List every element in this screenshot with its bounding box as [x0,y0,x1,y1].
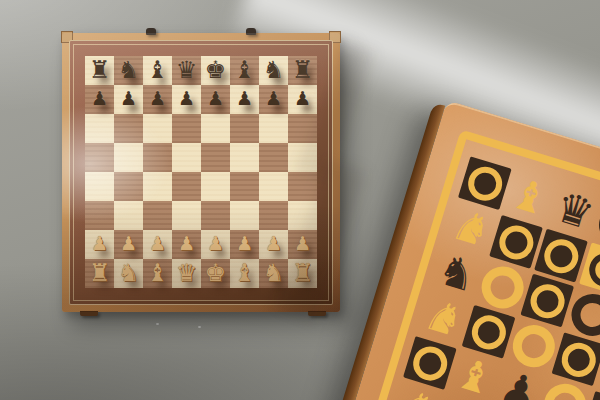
square-g3[interactable] [259,201,288,230]
piece-white-pawn[interactable]: ♟ [149,234,166,253]
square-e6[interactable] [201,114,230,143]
square-a2[interactable]: ♟ [85,230,114,259]
square-d3[interactable] [172,201,201,230]
square-f4[interactable] [230,172,259,201]
square-g6[interactable] [259,114,288,143]
square-f6[interactable] [230,114,259,143]
piece-black-pawn[interactable]: ♟ [265,89,282,108]
square-d4[interactable] [172,172,201,201]
square-b5[interactable] [114,143,143,172]
square-e4[interactable] [201,172,230,201]
square-d8[interactable]: ♛ [172,56,201,85]
piece-white-king[interactable]: ♚ [205,261,227,285]
piece-white-queen[interactable]: ♛ [176,261,198,285]
piece-black-knight[interactable]: ♞ [263,58,285,82]
piece-white-knight[interactable]: ♞ [263,261,285,285]
square-a5[interactable] [85,143,114,172]
piece-white-bishop[interactable]: ♝ [234,261,256,285]
square-a3[interactable] [85,201,114,230]
square-h8[interactable]: ♜ [288,56,317,85]
square-h3[interactable] [288,201,317,230]
piece-black-bishop[interactable]: ♝ [147,58,169,82]
piece-black-king[interactable]: ♚ [205,58,227,82]
square-g8[interactable]: ♞ [259,56,288,85]
piece-black-pawn[interactable]: ♟ [178,89,195,108]
square-c5[interactable] [143,143,172,172]
piece-black-rook[interactable]: ♜ [89,58,111,82]
piece-white-bishop[interactable]: ♝ [147,261,169,285]
square-h5[interactable] [288,143,317,172]
square-c1[interactable]: ♝ [143,259,172,288]
square-a8[interactable]: ♜ [85,56,114,85]
square-d2[interactable]: ♟ [172,230,201,259]
piece-black-pawn[interactable]: ♟ [120,89,137,108]
square-d1[interactable]: ♛ [172,259,201,288]
square-b8[interactable]: ♞ [114,56,143,85]
square-c4[interactable] [143,172,172,201]
piece-black-pawn[interactable]: ♟ [207,89,224,108]
square-g2[interactable]: ♟ [259,230,288,259]
piece-white-pawn[interactable]: ♟ [207,234,224,253]
square-e5[interactable] [201,143,230,172]
square-e2[interactable]: ♟ [201,230,230,259]
dust-speck [198,326,201,328]
scene: ♜♞♝♛♚♝♞♜♟♟♟♟♟♟♟♟♟♟♟♟♟♟♟♟♜♞♝♛♚♝♞♜ ♝♛♞♞♞♝♟… [0,0,600,400]
square-c3[interactable] [143,201,172,230]
square-c6[interactable] [143,114,172,143]
piece-black-knight[interactable]: ♞ [118,58,140,82]
piece-white-rook[interactable]: ♜ [89,261,111,285]
square-e1[interactable]: ♚ [201,259,230,288]
piece-white-pawn[interactable]: ♟ [120,234,137,253]
clasp-hook-icon [146,28,156,35]
piece-white-pawn[interactable]: ♟ [178,234,195,253]
square-h4[interactable] [288,172,317,201]
square-g1[interactable]: ♞ [259,259,288,288]
clasp-hook-icon [246,28,256,35]
chess-board: ♜♞♝♛♚♝♞♜♟♟♟♟♟♟♟♟♟♟♟♟♟♟♟♟♜♞♝♛♚♝♞♜ [62,33,340,312]
piece-white-pawn[interactable]: ♟ [91,234,108,253]
square-f3[interactable] [230,201,259,230]
square-a4[interactable] [85,172,114,201]
piece-white-pawn[interactable]: ♟ [236,234,253,253]
square-b4[interactable] [114,172,143,201]
square-e3[interactable] [201,201,230,230]
square-d5[interactable] [172,143,201,172]
piece-black-pawn[interactable]: ♟ [236,89,253,108]
square-h1[interactable]: ♜ [288,259,317,288]
square-a7[interactable]: ♟ [85,85,114,114]
hinge-tab [80,311,98,316]
square-a6[interactable] [85,114,114,143]
square-f7[interactable]: ♟ [230,85,259,114]
piece-white-pawn[interactable]: ♟ [265,234,282,253]
square-e8[interactable]: ♚ [201,56,230,85]
square-b2[interactable]: ♟ [114,230,143,259]
square-b6[interactable] [114,114,143,143]
square-g7[interactable]: ♟ [259,85,288,114]
piece-white-pawn[interactable]: ♟ [294,234,311,253]
square-a1[interactable]: ♜ [85,259,114,288]
square-h7[interactable]: ♟ [288,85,317,114]
hinge-tab [308,311,326,316]
square-b3[interactable] [114,201,143,230]
square-f1[interactable]: ♝ [230,259,259,288]
square-b7[interactable]: ♟ [114,85,143,114]
piece-white-knight[interactable]: ♞ [118,261,140,285]
square-g4[interactable] [259,172,288,201]
piece-black-pawn[interactable]: ♟ [91,89,108,108]
piece-black-pawn[interactable]: ♟ [294,89,311,108]
square-c8[interactable]: ♝ [143,56,172,85]
square-e7[interactable]: ♟ [201,85,230,114]
piece-white-rook[interactable]: ♜ [292,261,314,285]
square-d6[interactable] [172,114,201,143]
square-g5[interactable] [259,143,288,172]
square-b1[interactable]: ♞ [114,259,143,288]
piece-black-pawn[interactable]: ♟ [149,89,166,108]
square-c2[interactable]: ♟ [143,230,172,259]
square-h2[interactable]: ♟ [288,230,317,259]
square-f8[interactable]: ♝ [230,56,259,85]
piece-black-bishop[interactable]: ♝ [234,58,256,82]
square-h6[interactable] [288,114,317,143]
piece-black-rook[interactable]: ♜ [292,58,314,82]
square-d7[interactable]: ♟ [172,85,201,114]
square-c7[interactable]: ♟ [143,85,172,114]
dust-speck [156,323,159,325]
board-grid: ♜♞♝♛♚♝♞♜♟♟♟♟♟♟♟♟♟♟♟♟♟♟♟♟♜♞♝♛♚♝♞♜ [85,56,317,288]
piece-black-queen[interactable]: ♛ [176,58,198,82]
square-f2[interactable]: ♟ [230,230,259,259]
square-f5[interactable] [230,143,259,172]
